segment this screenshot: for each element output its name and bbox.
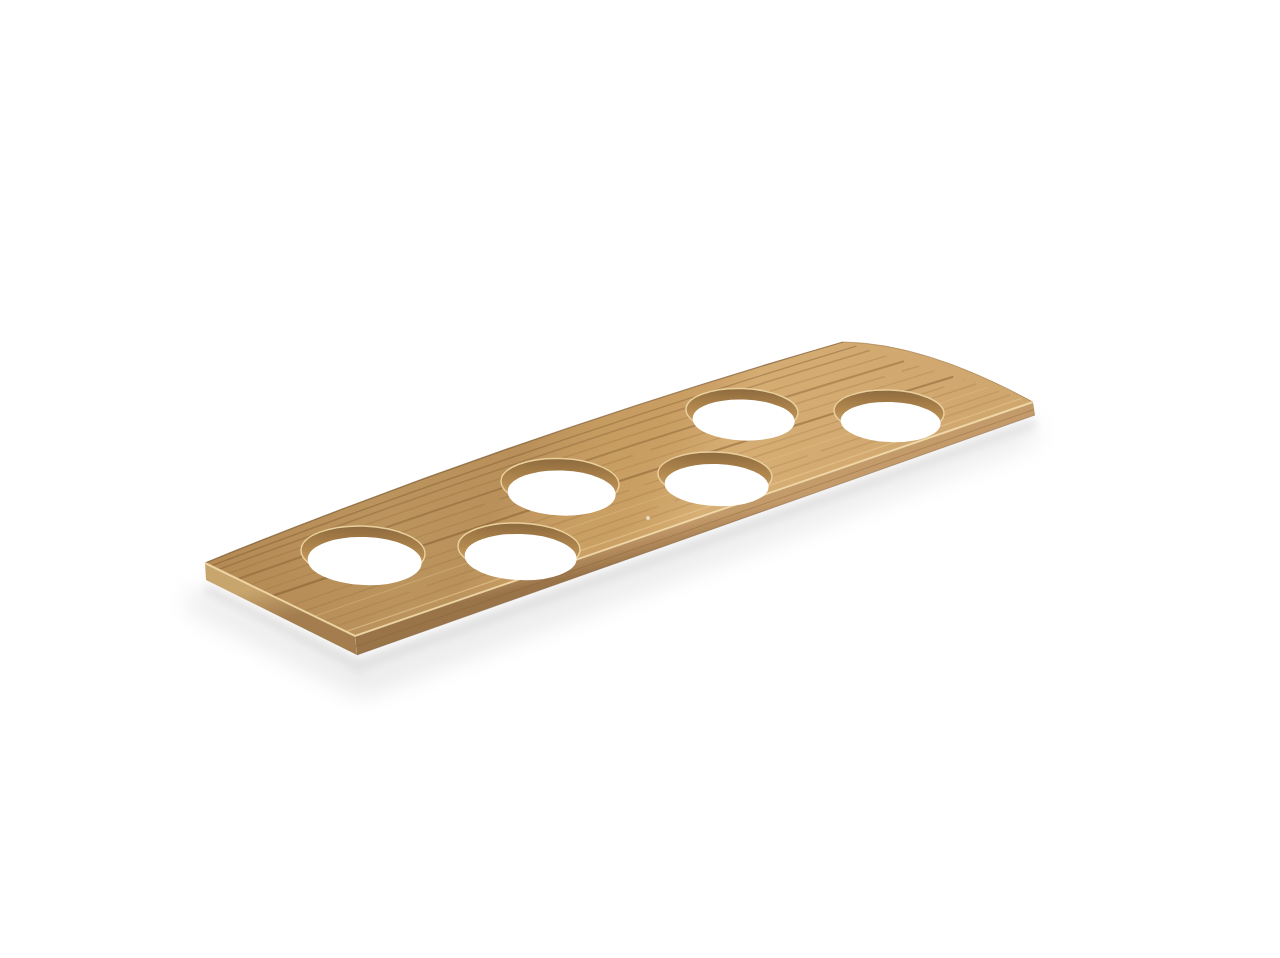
product-photo-wooden-tray — [0, 0, 1280, 958]
photo-stage: Studio product photo of a flat light-oak… — [0, 0, 1280, 958]
wood-speck — [646, 516, 650, 520]
